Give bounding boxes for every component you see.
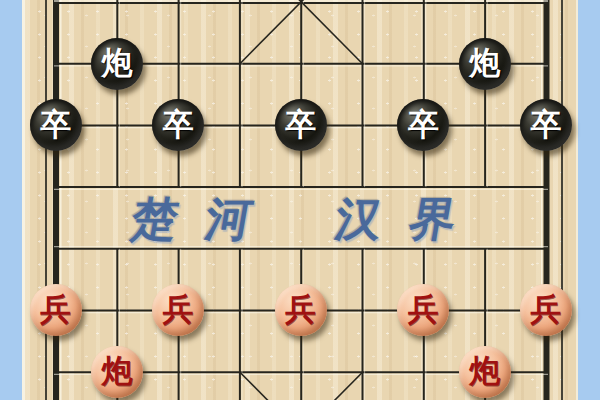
piece-red-soldier-f8r6[interactable]: 兵 (520, 284, 572, 336)
piece-glyph: 炮 (101, 47, 132, 78)
piece-red-soldier-f2r6[interactable]: 兵 (152, 284, 204, 336)
piece-glyph: 兵 (285, 294, 316, 325)
piece-black-soldier-f8r3[interactable]: 卒 (520, 99, 572, 151)
piece-red-cannon-f1r7[interactable]: 炮 (91, 346, 143, 398)
piece-glyph: 兵 (40, 294, 71, 325)
piece-red-soldier-f0r6[interactable]: 兵 (30, 284, 82, 336)
piece-glyph: 卒 (531, 109, 562, 140)
piece-glyph: 卒 (40, 109, 71, 140)
piece-glyph: 兵 (163, 294, 194, 325)
piece-glyph: 兵 (408, 294, 439, 325)
piece-glyph: 卒 (408, 109, 439, 140)
piece-glyph: 炮 (101, 355, 132, 386)
piece-black-cannon-f1r2[interactable]: 炮 (91, 38, 143, 90)
piece-red-soldier-f4r6[interactable]: 兵 (275, 284, 327, 336)
piece-black-soldier-f6r3[interactable]: 卒 (397, 99, 449, 151)
piece-glyph: 炮 (469, 47, 500, 78)
piece-red-soldier-f6r6[interactable]: 兵 (397, 284, 449, 336)
piece-black-cannon-f7r2[interactable]: 炮 (459, 38, 511, 90)
piece-red-cannon-f7r7[interactable]: 炮 (459, 346, 511, 398)
piece-black-soldier-f4r3[interactable]: 卒 (275, 99, 327, 151)
piece-black-soldier-f0r3[interactable]: 卒 (30, 99, 82, 151)
piece-black-soldier-f2r3[interactable]: 卒 (152, 99, 204, 151)
piece-glyph: 卒 (163, 109, 194, 140)
piece-glyph: 炮 (469, 355, 500, 386)
piece-glyph: 卒 (285, 109, 316, 140)
piece-glyph: 兵 (531, 294, 562, 325)
xiangqi-board-view: { "game": "xiangqi", "view": { "title": … (0, 0, 600, 400)
pieces-layer: 炮炮卒卒卒卒卒兵兵兵兵兵炮炮 (25, 0, 577, 400)
